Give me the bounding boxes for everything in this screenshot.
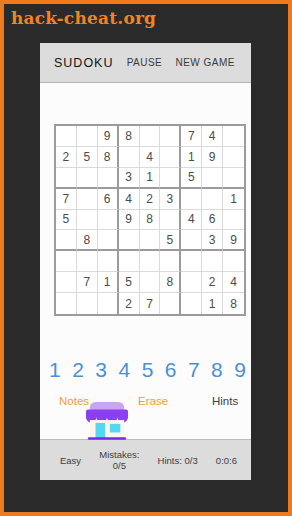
sudoku-cell-r6c5[interactable]: [140, 230, 161, 251]
sudoku-cell-r9c4[interactable]: 2: [119, 293, 140, 314]
sudoku-cell-r1c2[interactable]: [77, 126, 98, 147]
sudoku-cell-r4c3[interactable]: 6: [98, 189, 119, 210]
sudoku-cell-r5c3[interactable]: [98, 210, 119, 231]
status-bar: Easy Mistakes: 0/5 Hints: 0/3 0:0:6: [40, 439, 251, 480]
sudoku-app-window: SUDOKU PAUSE NEW GAME 987425841931576423…: [40, 43, 251, 480]
sudoku-cell-r3c5[interactable]: 1: [140, 168, 161, 189]
app-title: SUDOKU: [54, 56, 113, 70]
sudoku-cell-r9c8[interactable]: 1: [202, 293, 223, 314]
sudoku-cell-r4c5[interactable]: 2: [140, 189, 161, 210]
sudoku-cell-r6c8[interactable]: 3: [202, 230, 223, 251]
numpad-7[interactable]: 7: [187, 359, 201, 380]
sudoku-cell-r8c2[interactable]: 7: [77, 272, 98, 293]
numpad-5[interactable]: 5: [141, 359, 155, 380]
sudoku-cell-r3c4[interactable]: 3: [119, 168, 140, 189]
sudoku-cell-r2c8[interactable]: 9: [202, 147, 223, 168]
sudoku-cell-r1c6[interactable]: [160, 126, 181, 147]
sudoku-cell-r8c1[interactable]: [56, 272, 77, 293]
numpad-2[interactable]: 2: [71, 359, 85, 380]
number-pad: 123456789: [40, 356, 251, 382]
sudoku-cell-r3c9[interactable]: [223, 168, 244, 189]
sudoku-cell-r7c8[interactable]: [202, 251, 223, 272]
sudoku-cell-r6c6[interactable]: 5: [160, 230, 181, 251]
sudoku-cell-r2c3[interactable]: 8: [98, 147, 119, 168]
sudoku-cell-r7c2[interactable]: [77, 251, 98, 272]
sudoku-cell-r1c1[interactable]: [56, 126, 77, 147]
store-icon[interactable]: [86, 401, 128, 441]
sudoku-cell-r6c7[interactable]: [181, 230, 202, 251]
sudoku-cell-r4c6[interactable]: 3: [160, 189, 181, 210]
sudoku-cell-r1c4[interactable]: 8: [119, 126, 140, 147]
sudoku-board: 98742584193157642315984685397158242718: [54, 124, 246, 316]
sudoku-cell-r4c9[interactable]: 1: [223, 189, 244, 210]
sudoku-cell-r8c6[interactable]: 8: [160, 272, 181, 293]
watermark: hack-cheat.org: [11, 8, 156, 28]
sudoku-cell-r1c7[interactable]: 7: [181, 126, 202, 147]
sudoku-cell-r3c7[interactable]: 5: [181, 168, 202, 189]
mistakes-value: 0/5: [113, 460, 126, 471]
sudoku-cell-r5c6[interactable]: [160, 210, 181, 231]
sudoku-cell-r9c3[interactable]: [98, 293, 119, 314]
sudoku-cell-r4c2[interactable]: [77, 189, 98, 210]
numpad-9[interactable]: 9: [233, 359, 247, 380]
notes-button[interactable]: Notes: [59, 395, 89, 407]
sudoku-cell-r6c2[interactable]: 8: [77, 230, 98, 251]
sudoku-cell-r2c7[interactable]: 1: [181, 147, 202, 168]
sudoku-cell-r6c1[interactable]: [56, 230, 77, 251]
sudoku-cell-r2c9[interactable]: [223, 147, 244, 168]
sudoku-cell-r1c5[interactable]: [140, 126, 161, 147]
sudoku-cell-r5c4[interactable]: 9: [119, 210, 140, 231]
sudoku-cell-r5c8[interactable]: 6: [202, 210, 223, 231]
mistakes-label: Mistakes:: [99, 449, 139, 460]
difficulty-label: Easy: [60, 455, 81, 466]
sudoku-cell-r5c9[interactable]: [223, 210, 244, 231]
sudoku-cell-r9c1[interactable]: [56, 293, 77, 314]
pause-button[interactable]: PAUSE: [127, 57, 163, 68]
sudoku-cell-r1c9[interactable]: [223, 126, 244, 147]
sudoku-cell-r8c8[interactable]: 2: [202, 272, 223, 293]
numpad-1[interactable]: 1: [48, 359, 62, 380]
sudoku-cell-r1c3[interactable]: 9: [98, 126, 119, 147]
sudoku-cell-r5c7[interactable]: 4: [181, 210, 202, 231]
sudoku-cell-r3c3[interactable]: [98, 168, 119, 189]
sudoku-cell-r6c4[interactable]: [119, 230, 140, 251]
sudoku-cell-r2c2[interactable]: 5: [77, 147, 98, 168]
sudoku-cell-r2c5[interactable]: 4: [140, 147, 161, 168]
page-background: hack-cheat.org SUDOKU PAUSE NEW GAME 987…: [0, 0, 292, 516]
sudoku-cell-r4c1[interactable]: 7: [56, 189, 77, 210]
mistakes-counter: Mistakes: 0/5: [99, 449, 139, 472]
sudoku-cell-r8c3[interactable]: 1: [98, 272, 119, 293]
sudoku-cell-r8c9[interactable]: 4: [223, 272, 244, 293]
sudoku-cell-r7c5[interactable]: [140, 251, 161, 272]
sudoku-cell-r7c3[interactable]: [98, 251, 119, 272]
new-game-button[interactable]: NEW GAME: [175, 57, 235, 68]
sudoku-cell-r8c5[interactable]: [140, 272, 161, 293]
sudoku-cell-r9c9[interactable]: 8: [223, 293, 244, 314]
sudoku-cell-r5c2[interactable]: [77, 210, 98, 231]
sudoku-cell-r3c2[interactable]: [77, 168, 98, 189]
sudoku-cell-r9c6[interactable]: [160, 293, 181, 314]
sudoku-cell-r8c4[interactable]: 5: [119, 272, 140, 293]
sudoku-cell-r6c3[interactable]: [98, 230, 119, 251]
app-header: SUDOKU PAUSE NEW GAME: [40, 43, 251, 83]
sudoku-cell-r2c1[interactable]: 2: [56, 147, 77, 168]
sudoku-cell-r8c7[interactable]: [181, 272, 202, 293]
numpad-8[interactable]: 8: [210, 359, 224, 380]
sudoku-cell-r3c1[interactable]: [56, 168, 77, 189]
sudoku-cell-r6c9[interactable]: 9: [223, 230, 244, 251]
sudoku-cell-r9c5[interactable]: 7: [140, 293, 161, 314]
numpad-6[interactable]: 6: [164, 359, 178, 380]
sudoku-cell-r1c8[interactable]: 4: [202, 126, 223, 147]
sudoku-cell-r9c2[interactable]: [77, 293, 98, 314]
sudoku-cell-r2c6[interactable]: [160, 147, 181, 168]
sudoku-cell-r5c1[interactable]: 5: [56, 210, 77, 231]
hints-button[interactable]: Hints: [212, 395, 238, 407]
sudoku-cell-r7c7[interactable]: [181, 251, 202, 272]
sudoku-cell-r7c4[interactable]: [119, 251, 140, 272]
sudoku-cell-r4c4[interactable]: 4: [119, 189, 140, 210]
sudoku-cell-r7c9[interactable]: [223, 251, 244, 272]
sudoku-cell-r9c7[interactable]: [181, 293, 202, 314]
sudoku-cell-r3c8[interactable]: [202, 168, 223, 189]
sudoku-cell-r7c6[interactable]: [160, 251, 181, 272]
erase-button[interactable]: Erase: [138, 395, 168, 407]
sudoku-cell-r2c4[interactable]: [119, 147, 140, 168]
numpad-3[interactable]: 3: [94, 359, 108, 380]
timer: 0:0:6: [216, 455, 237, 466]
sudoku-cell-r4c8[interactable]: [202, 189, 223, 210]
numpad-4[interactable]: 4: [117, 359, 131, 380]
sudoku-cell-r5c5[interactable]: 8: [140, 210, 161, 231]
sudoku-cell-r3c6[interactable]: [160, 168, 181, 189]
sudoku-cell-r7c1[interactable]: [56, 251, 77, 272]
hints-counter: Hints: 0/3: [158, 455, 198, 466]
sudoku-cell-r4c7[interactable]: [181, 189, 202, 210]
